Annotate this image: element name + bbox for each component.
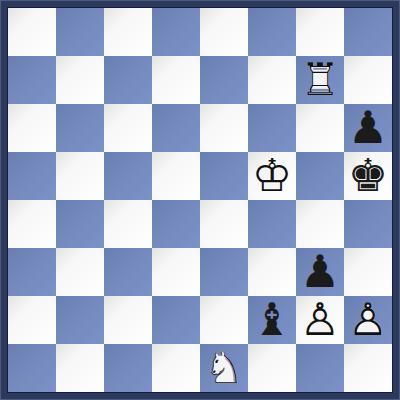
square-g6[interactable] bbox=[296, 104, 344, 152]
chess-board-frame: ♜♖♟︎♚♔♚♟︎♝♟︎♙♟︎♙♞♘ bbox=[0, 0, 400, 400]
square-f5[interactable]: ♚♔ bbox=[248, 152, 296, 200]
square-a2[interactable] bbox=[8, 296, 56, 344]
square-b2[interactable] bbox=[56, 296, 104, 344]
piece-fill-glyph: ♚ bbox=[252, 153, 292, 198]
square-e4[interactable] bbox=[200, 200, 248, 248]
square-b7[interactable] bbox=[56, 56, 104, 104]
square-g1[interactable] bbox=[296, 344, 344, 392]
square-a7[interactable] bbox=[8, 56, 56, 104]
square-d1[interactable] bbox=[152, 344, 200, 392]
square-b3[interactable] bbox=[56, 248, 104, 296]
square-e6[interactable] bbox=[200, 104, 248, 152]
square-g5[interactable] bbox=[296, 152, 344, 200]
square-b4[interactable] bbox=[56, 200, 104, 248]
square-f3[interactable] bbox=[248, 248, 296, 296]
piece-fill-glyph: ♟︎ bbox=[300, 249, 340, 294]
piece-fill-glyph: ♝ bbox=[252, 297, 292, 342]
white-rook-icon[interactable]: ♜♖ bbox=[296, 56, 344, 104]
square-c4[interactable] bbox=[104, 200, 152, 248]
square-e3[interactable] bbox=[200, 248, 248, 296]
square-d5[interactable] bbox=[152, 152, 200, 200]
square-a8[interactable] bbox=[8, 8, 56, 56]
square-h3[interactable] bbox=[344, 248, 392, 296]
square-f6[interactable] bbox=[248, 104, 296, 152]
square-d8[interactable] bbox=[152, 8, 200, 56]
white-king-icon[interactable]: ♚♔ bbox=[248, 152, 296, 200]
square-a5[interactable] bbox=[8, 152, 56, 200]
square-e1[interactable]: ♞♘ bbox=[200, 344, 248, 392]
square-e8[interactable] bbox=[200, 8, 248, 56]
square-b8[interactable] bbox=[56, 8, 104, 56]
black-bishop-icon[interactable]: ♝ bbox=[248, 296, 296, 344]
piece-fill-glyph: ♟︎ bbox=[300, 297, 340, 342]
white-pawn-icon[interactable]: ♟︎♙ bbox=[344, 296, 392, 344]
piece-fill-glyph: ♞ bbox=[204, 345, 244, 390]
square-d2[interactable] bbox=[152, 296, 200, 344]
square-f8[interactable] bbox=[248, 8, 296, 56]
chess-board: ♜♖♟︎♚♔♚♟︎♝♟︎♙♟︎♙♞♘ bbox=[8, 8, 392, 392]
white-knight-icon[interactable]: ♞♘ bbox=[200, 344, 248, 392]
square-c7[interactable] bbox=[104, 56, 152, 104]
square-c2[interactable] bbox=[104, 296, 152, 344]
square-e7[interactable] bbox=[200, 56, 248, 104]
square-a3[interactable] bbox=[8, 248, 56, 296]
square-c8[interactable] bbox=[104, 8, 152, 56]
square-e2[interactable] bbox=[200, 296, 248, 344]
square-h1[interactable] bbox=[344, 344, 392, 392]
square-g8[interactable] bbox=[296, 8, 344, 56]
square-g3[interactable]: ♟︎ bbox=[296, 248, 344, 296]
square-h2[interactable]: ♟︎♙ bbox=[344, 296, 392, 344]
square-h8[interactable] bbox=[344, 8, 392, 56]
square-g4[interactable] bbox=[296, 200, 344, 248]
piece-outline-glyph: ♙ bbox=[300, 297, 340, 342]
square-d4[interactable] bbox=[152, 200, 200, 248]
square-c5[interactable] bbox=[104, 152, 152, 200]
piece-outline-glyph: ♖ bbox=[300, 57, 340, 102]
piece-fill-glyph: ♚ bbox=[348, 153, 388, 198]
square-d6[interactable] bbox=[152, 104, 200, 152]
square-a6[interactable] bbox=[8, 104, 56, 152]
black-pawn-icon[interactable]: ♟︎ bbox=[344, 104, 392, 152]
square-e5[interactable] bbox=[200, 152, 248, 200]
white-pawn-icon[interactable]: ♟︎♙ bbox=[296, 296, 344, 344]
square-b1[interactable] bbox=[56, 344, 104, 392]
square-h7[interactable] bbox=[344, 56, 392, 104]
square-a4[interactable] bbox=[8, 200, 56, 248]
piece-outline-glyph: ♙ bbox=[348, 297, 388, 342]
square-c6[interactable] bbox=[104, 104, 152, 152]
square-f7[interactable] bbox=[248, 56, 296, 104]
square-d3[interactable] bbox=[152, 248, 200, 296]
black-pawn-icon[interactable]: ♟︎ bbox=[296, 248, 344, 296]
square-f4[interactable] bbox=[248, 200, 296, 248]
square-h4[interactable] bbox=[344, 200, 392, 248]
square-g7[interactable]: ♜♖ bbox=[296, 56, 344, 104]
piece-outline-glyph: ♔ bbox=[252, 153, 292, 198]
square-b6[interactable] bbox=[56, 104, 104, 152]
square-d7[interactable] bbox=[152, 56, 200, 104]
square-f1[interactable] bbox=[248, 344, 296, 392]
piece-outline-glyph: ♘ bbox=[204, 345, 244, 390]
square-f2[interactable]: ♝ bbox=[248, 296, 296, 344]
piece-fill-glyph: ♟︎ bbox=[348, 297, 388, 342]
square-h6[interactable]: ♟︎ bbox=[344, 104, 392, 152]
square-c1[interactable] bbox=[104, 344, 152, 392]
piece-fill-glyph: ♟︎ bbox=[348, 105, 388, 150]
square-g2[interactable]: ♟︎♙ bbox=[296, 296, 344, 344]
piece-fill-glyph: ♜ bbox=[300, 57, 340, 102]
black-king-icon[interactable]: ♚ bbox=[344, 152, 392, 200]
square-h5[interactable]: ♚ bbox=[344, 152, 392, 200]
square-a1[interactable] bbox=[8, 344, 56, 392]
square-b5[interactable] bbox=[56, 152, 104, 200]
square-c3[interactable] bbox=[104, 248, 152, 296]
